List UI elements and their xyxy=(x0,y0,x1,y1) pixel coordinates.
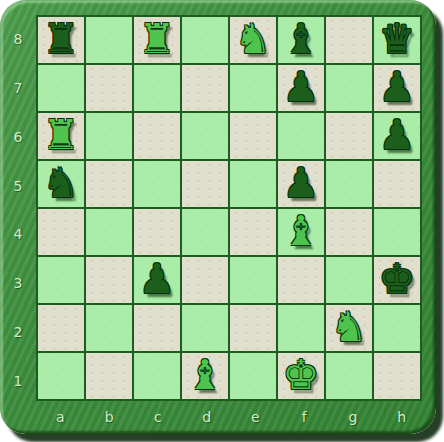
rank-label-6: 6 xyxy=(0,113,36,162)
square-a6[interactable]: ♜ xyxy=(38,113,84,159)
file-label-b: b xyxy=(85,402,134,432)
piece-black-pawn[interactable]: ♟ xyxy=(379,115,416,156)
square-a8[interactable]: ♜ xyxy=(38,17,84,63)
file-labels: abcdefgh xyxy=(36,402,426,432)
square-d8[interactable] xyxy=(182,17,228,63)
square-f3[interactable] xyxy=(278,257,324,303)
square-e2[interactable] xyxy=(230,305,276,351)
rank-label-4: 4 xyxy=(0,210,36,259)
chess-board: ♜♜♞♝♛♟♟♜♟♞♟♝♟♚♞♝♚ xyxy=(36,15,422,401)
square-d2[interactable] xyxy=(182,305,228,351)
square-f8[interactable]: ♝ xyxy=(278,17,324,63)
square-b6[interactable] xyxy=(86,113,132,159)
square-e4[interactable] xyxy=(230,209,276,255)
square-b3[interactable] xyxy=(86,257,132,303)
square-a4[interactable] xyxy=(38,209,84,255)
file-label-c: c xyxy=(134,402,183,432)
square-d1[interactable]: ♝ xyxy=(182,353,228,399)
file-label-e: e xyxy=(231,402,280,432)
piece-white-knight[interactable]: ♞ xyxy=(235,19,272,60)
file-label-g: g xyxy=(329,402,378,432)
square-e7[interactable] xyxy=(230,65,276,111)
square-h6[interactable]: ♟ xyxy=(374,113,420,159)
rank-label-5: 5 xyxy=(0,161,36,210)
square-h8[interactable]: ♛ xyxy=(374,17,420,63)
piece-black-bishop[interactable]: ♝ xyxy=(283,19,320,60)
square-h3[interactable]: ♚ xyxy=(374,257,420,303)
square-d4[interactable] xyxy=(182,209,228,255)
piece-white-rook[interactable]: ♜ xyxy=(139,19,176,60)
square-g4[interactable] xyxy=(326,209,372,255)
square-a3[interactable] xyxy=(38,257,84,303)
rank-label-2: 2 xyxy=(0,308,36,357)
board-frame: 87654321 ♜♜♞♝♛♟♟♜♟♞♟♝♟♚♞♝♚ abcdefgh xyxy=(0,0,436,434)
square-d6[interactable] xyxy=(182,113,228,159)
square-a1[interactable] xyxy=(38,353,84,399)
square-b1[interactable] xyxy=(86,353,132,399)
square-c8[interactable]: ♜ xyxy=(134,17,180,63)
square-f7[interactable]: ♟ xyxy=(278,65,324,111)
piece-white-rook[interactable]: ♜ xyxy=(43,115,80,156)
square-d3[interactable] xyxy=(182,257,228,303)
piece-black-knight[interactable]: ♞ xyxy=(43,163,80,204)
square-b4[interactable] xyxy=(86,209,132,255)
rank-label-8: 8 xyxy=(0,15,36,64)
square-g6[interactable] xyxy=(326,113,372,159)
square-a7[interactable] xyxy=(38,65,84,111)
square-h1[interactable] xyxy=(374,353,420,399)
square-c6[interactable] xyxy=(134,113,180,159)
square-b5[interactable] xyxy=(86,161,132,207)
square-g5[interactable] xyxy=(326,161,372,207)
square-b7[interactable] xyxy=(86,65,132,111)
square-d5[interactable] xyxy=(182,161,228,207)
rank-label-1: 1 xyxy=(0,356,36,405)
piece-white-king[interactable]: ♚ xyxy=(283,355,320,396)
square-e8[interactable]: ♞ xyxy=(230,17,276,63)
square-e3[interactable] xyxy=(230,257,276,303)
square-f6[interactable] xyxy=(278,113,324,159)
piece-white-knight[interactable]: ♞ xyxy=(331,307,368,348)
square-h4[interactable] xyxy=(374,209,420,255)
rank-labels: 87654321 xyxy=(0,15,36,405)
square-c2[interactable] xyxy=(134,305,180,351)
piece-black-queen[interactable]: ♛ xyxy=(379,19,416,60)
square-h7[interactable]: ♟ xyxy=(374,65,420,111)
square-g7[interactable] xyxy=(326,65,372,111)
file-label-f: f xyxy=(280,402,329,432)
square-g1[interactable] xyxy=(326,353,372,399)
square-c1[interactable] xyxy=(134,353,180,399)
square-h2[interactable] xyxy=(374,305,420,351)
square-g8[interactable] xyxy=(326,17,372,63)
rank-label-7: 7 xyxy=(0,64,36,113)
square-a5[interactable]: ♞ xyxy=(38,161,84,207)
square-c4[interactable] xyxy=(134,209,180,255)
piece-black-pawn[interactable]: ♟ xyxy=(139,259,176,300)
piece-black-pawn[interactable]: ♟ xyxy=(283,163,320,204)
piece-white-bishop[interactable]: ♝ xyxy=(187,355,224,396)
piece-black-pawn[interactable]: ♟ xyxy=(379,67,416,108)
square-f2[interactable] xyxy=(278,305,324,351)
square-b8[interactable] xyxy=(86,17,132,63)
square-a2[interactable] xyxy=(38,305,84,351)
piece-black-king[interactable]: ♚ xyxy=(379,259,416,300)
file-label-d: d xyxy=(182,402,231,432)
piece-black-pawn[interactable]: ♟ xyxy=(283,67,320,108)
square-h5[interactable] xyxy=(374,161,420,207)
file-label-a: a xyxy=(36,402,85,432)
square-e5[interactable] xyxy=(230,161,276,207)
square-f5[interactable]: ♟ xyxy=(278,161,324,207)
piece-white-bishop[interactable]: ♝ xyxy=(283,211,320,252)
square-f4[interactable]: ♝ xyxy=(278,209,324,255)
square-e1[interactable] xyxy=(230,353,276,399)
rank-label-3: 3 xyxy=(0,259,36,308)
file-label-h: h xyxy=(377,402,426,432)
square-d7[interactable] xyxy=(182,65,228,111)
piece-black-rook[interactable]: ♜ xyxy=(43,19,80,60)
square-b2[interactable] xyxy=(86,305,132,351)
square-c5[interactable] xyxy=(134,161,180,207)
square-g2[interactable]: ♞ xyxy=(326,305,372,351)
square-e6[interactable] xyxy=(230,113,276,159)
square-g3[interactable] xyxy=(326,257,372,303)
square-c3[interactable]: ♟ xyxy=(134,257,180,303)
square-c7[interactable] xyxy=(134,65,180,111)
square-f1[interactable]: ♚ xyxy=(278,353,324,399)
